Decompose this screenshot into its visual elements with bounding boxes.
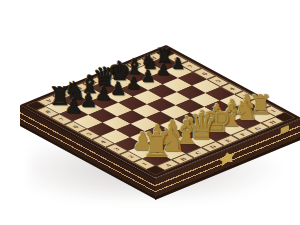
brass-hinge-icon [281,125,289,134]
brass-clasp-icon [219,149,235,167]
product-photo-background: ABCDEFGH8877665544332211ABCDEFGH ♜♞♝♛♚♝♞… [0,0,300,225]
